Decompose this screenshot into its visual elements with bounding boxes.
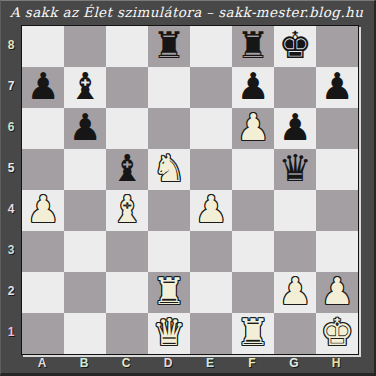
black-pawn-b6: ♟ bbox=[68, 109, 101, 146]
square-a2 bbox=[22, 272, 64, 313]
rank-label-1: 1 bbox=[1, 312, 21, 353]
square-h4 bbox=[316, 190, 358, 231]
square-d1: ♛ bbox=[148, 313, 190, 354]
square-g3 bbox=[274, 231, 316, 272]
white-pawn-a4: ♟ bbox=[26, 191, 59, 228]
square-b5 bbox=[64, 149, 106, 190]
file-label-a: A bbox=[21, 354, 63, 372]
square-e2 bbox=[190, 272, 232, 313]
square-e6 bbox=[190, 108, 232, 149]
square-b6: ♟ bbox=[64, 108, 106, 149]
square-d3 bbox=[148, 231, 190, 272]
black-bishop-c5: ♝ bbox=[110, 150, 143, 187]
square-f3 bbox=[232, 231, 274, 272]
black-bishop-b7: ♝ bbox=[68, 68, 101, 105]
rank-label-5: 5 bbox=[1, 148, 21, 189]
white-king-h1: ♚ bbox=[320, 314, 353, 351]
square-f8: ♜ bbox=[232, 26, 274, 67]
square-c3 bbox=[106, 231, 148, 272]
square-g6: ♟ bbox=[274, 108, 316, 149]
square-f6: ♟ bbox=[232, 108, 274, 149]
file-label-c: C bbox=[105, 354, 147, 372]
square-a3 bbox=[22, 231, 64, 272]
square-h5 bbox=[316, 149, 358, 190]
square-e1 bbox=[190, 313, 232, 354]
square-g8: ♚ bbox=[274, 26, 316, 67]
square-b4 bbox=[64, 190, 106, 231]
black-king-g8: ♚ bbox=[278, 27, 311, 64]
square-a6 bbox=[22, 108, 64, 149]
square-g7 bbox=[274, 67, 316, 108]
square-d4 bbox=[148, 190, 190, 231]
square-c7 bbox=[106, 67, 148, 108]
black-queen-g5: ♛ bbox=[278, 150, 311, 187]
file-label-d: D bbox=[147, 354, 189, 372]
white-pawn-e4: ♟ bbox=[194, 191, 227, 228]
white-pawn-g2: ♟ bbox=[278, 273, 311, 310]
square-d8: ♜ bbox=[148, 26, 190, 67]
square-f7: ♟ bbox=[232, 67, 274, 108]
black-pawn-h7: ♟ bbox=[320, 68, 353, 105]
square-h8 bbox=[316, 26, 358, 67]
square-d2: ♜ bbox=[148, 272, 190, 313]
square-c5: ♝ bbox=[106, 149, 148, 190]
square-c1 bbox=[106, 313, 148, 354]
square-a1 bbox=[22, 313, 64, 354]
rank-label-2: 2 bbox=[1, 271, 21, 312]
square-a4: ♟ bbox=[22, 190, 64, 231]
file-label-e: E bbox=[189, 354, 231, 372]
square-f4 bbox=[232, 190, 274, 231]
white-knight-d5: ♞ bbox=[152, 150, 185, 187]
chess-board: ♜♜♚♟♝♟♟♟♟♟♝♞♛♟♝♟♜♟♟♛♜♚ bbox=[21, 25, 359, 355]
square-b8 bbox=[64, 26, 106, 67]
black-rook-f8: ♜ bbox=[236, 27, 269, 64]
black-pawn-f7: ♟ bbox=[236, 68, 269, 105]
rank-label-6: 6 bbox=[1, 107, 21, 148]
square-e8 bbox=[190, 26, 232, 67]
file-label-h: H bbox=[315, 354, 357, 372]
rank-label-4: 4 bbox=[1, 189, 21, 230]
square-b3 bbox=[64, 231, 106, 272]
square-g1 bbox=[274, 313, 316, 354]
square-f5 bbox=[232, 149, 274, 190]
square-e5 bbox=[190, 149, 232, 190]
title-text: A sakk az Élet szimulátora – sakk-mester… bbox=[10, 4, 363, 20]
square-d7 bbox=[148, 67, 190, 108]
square-e3 bbox=[190, 231, 232, 272]
square-c8 bbox=[106, 26, 148, 67]
square-h7: ♟ bbox=[316, 67, 358, 108]
square-h6 bbox=[316, 108, 358, 149]
title-bar: A sakk az Élet szimulátora – sakk-mester… bbox=[1, 1, 374, 23]
square-a5 bbox=[22, 149, 64, 190]
black-pawn-g6: ♟ bbox=[278, 109, 311, 146]
file-label-f: F bbox=[231, 354, 273, 372]
square-d5: ♞ bbox=[148, 149, 190, 190]
square-a7: ♟ bbox=[22, 67, 64, 108]
square-e4: ♟ bbox=[190, 190, 232, 231]
white-queen-d1: ♛ bbox=[152, 314, 185, 351]
file-label-g: G bbox=[273, 354, 315, 372]
black-rook-d8: ♜ bbox=[152, 27, 185, 64]
square-b2 bbox=[64, 272, 106, 313]
white-pawn-h2: ♟ bbox=[320, 273, 353, 310]
rank-label-7: 7 bbox=[1, 66, 21, 107]
white-rook-f1: ♜ bbox=[236, 314, 269, 351]
square-g5: ♛ bbox=[274, 149, 316, 190]
file-label-b: B bbox=[63, 354, 105, 372]
square-h3 bbox=[316, 231, 358, 272]
white-pawn-f6: ♟ bbox=[236, 109, 269, 146]
white-rook-d2: ♜ bbox=[152, 273, 185, 310]
square-f2 bbox=[232, 272, 274, 313]
square-c2 bbox=[106, 272, 148, 313]
square-d6 bbox=[148, 108, 190, 149]
square-g2: ♟ bbox=[274, 272, 316, 313]
square-a8 bbox=[22, 26, 64, 67]
square-f1: ♜ bbox=[232, 313, 274, 354]
rank-label-8: 8 bbox=[1, 25, 21, 66]
square-b1 bbox=[64, 313, 106, 354]
white-bishop-c4: ♝ bbox=[110, 191, 143, 228]
square-h2: ♟ bbox=[316, 272, 358, 313]
square-g4 bbox=[274, 190, 316, 231]
black-pawn-a7: ♟ bbox=[26, 68, 59, 105]
square-e7 bbox=[190, 67, 232, 108]
square-b7: ♝ bbox=[64, 67, 106, 108]
square-c4: ♝ bbox=[106, 190, 148, 231]
square-h1: ♚ bbox=[316, 313, 358, 354]
square-c6 bbox=[106, 108, 148, 149]
rank-label-3: 3 bbox=[1, 230, 21, 271]
chess-diagram: A sakk az Élet szimulátora – sakk-mester… bbox=[0, 0, 376, 376]
